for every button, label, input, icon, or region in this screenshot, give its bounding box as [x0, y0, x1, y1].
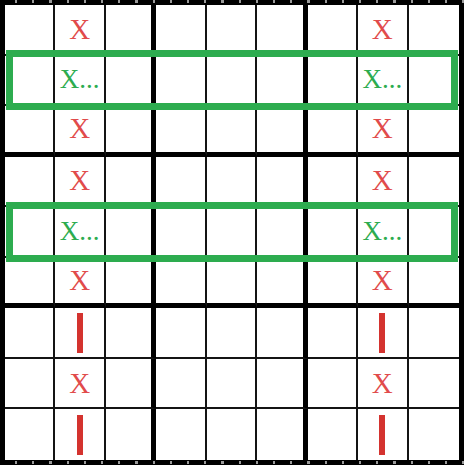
- cell-r6c7[interactable]: [308, 258, 358, 309]
- red-x-mark: X: [69, 166, 90, 195]
- cell-r6c4[interactable]: [156, 258, 206, 309]
- red-x-mark: X: [69, 266, 90, 295]
- cell-r6c3[interactable]: [106, 258, 156, 309]
- green-x-ellipsis-mark: X...: [362, 66, 402, 93]
- cell-r4c6[interactable]: [257, 157, 307, 208]
- red-x-mark: X: [372, 114, 393, 143]
- cell-r8c1[interactable]: [5, 359, 55, 410]
- cell-r2c6[interactable]: [257, 56, 307, 107]
- cell-r9c8[interactable]: [358, 409, 408, 460]
- cell-r3c1[interactable]: [5, 106, 55, 157]
- cell-r4c3[interactable]: [106, 157, 156, 208]
- cell-r3c2[interactable]: X: [55, 106, 105, 157]
- cell-r6c2[interactable]: X: [55, 258, 105, 309]
- cell-r8c4[interactable]: [156, 359, 206, 410]
- red-bar-mark: [379, 313, 385, 353]
- sudoku-grid: XXX...X...XXXXX...X...XXXX: [5, 5, 459, 460]
- cell-r6c9[interactable]: [409, 258, 459, 309]
- cell-r6c8[interactable]: X: [358, 258, 408, 309]
- cell-r1c2[interactable]: X: [55, 5, 105, 56]
- cell-r7c8[interactable]: [358, 308, 408, 359]
- cell-r8c5[interactable]: [207, 359, 257, 410]
- cell-r3c4[interactable]: [156, 106, 206, 157]
- sudoku-board: XXX...X...XXXXX...X...XXXX: [0, 0, 464, 465]
- cell-r5c2[interactable]: X...: [55, 207, 105, 258]
- bottom-tick-marks: [0, 461, 464, 464]
- cell-r5c5[interactable]: [207, 207, 257, 258]
- cell-r1c4[interactable]: [156, 5, 206, 56]
- cell-r1c9[interactable]: [409, 5, 459, 56]
- red-bar-mark: [77, 415, 83, 455]
- cell-r3c7[interactable]: [308, 106, 358, 157]
- cell-r3c9[interactable]: [409, 106, 459, 157]
- cell-r2c1[interactable]: [5, 56, 55, 107]
- cell-r8c8[interactable]: X: [358, 359, 408, 410]
- cell-r7c3[interactable]: [106, 308, 156, 359]
- red-bar-mark: [77, 313, 83, 353]
- cell-r4c5[interactable]: [207, 157, 257, 208]
- cell-r3c6[interactable]: [257, 106, 307, 157]
- cell-r9c7[interactable]: [308, 409, 358, 460]
- cell-r8c2[interactable]: X: [55, 359, 105, 410]
- cell-r2c7[interactable]: [308, 56, 358, 107]
- cell-r9c4[interactable]: [156, 409, 206, 460]
- red-x-mark: X: [372, 166, 393, 195]
- cell-r9c2[interactable]: [55, 409, 105, 460]
- cell-r7c5[interactable]: [207, 308, 257, 359]
- cell-r2c5[interactable]: [207, 56, 257, 107]
- cell-r9c3[interactable]: [106, 409, 156, 460]
- cell-r1c5[interactable]: [207, 5, 257, 56]
- cell-r2c2[interactable]: X...: [55, 56, 105, 107]
- red-x-mark: X: [372, 369, 393, 398]
- cell-r6c1[interactable]: [5, 258, 55, 309]
- cell-r5c6[interactable]: [257, 207, 307, 258]
- green-x-ellipsis-mark: X...: [60, 218, 100, 245]
- cell-r5c8[interactable]: X...: [358, 207, 408, 258]
- cell-r7c6[interactable]: [257, 308, 307, 359]
- cell-r8c6[interactable]: [257, 359, 307, 410]
- top-tick-marks: [0, 0, 464, 3]
- cell-r6c6[interactable]: [257, 258, 307, 309]
- cell-r8c7[interactable]: [308, 359, 358, 410]
- red-x-mark: X: [372, 266, 393, 295]
- cell-r9c9[interactable]: [409, 409, 459, 460]
- cell-r8c9[interactable]: [409, 359, 459, 410]
- cell-r7c2[interactable]: [55, 308, 105, 359]
- cell-r6c5[interactable]: [207, 258, 257, 309]
- cell-r2c3[interactable]: [106, 56, 156, 107]
- green-x-ellipsis-mark: X...: [362, 218, 402, 245]
- cell-r2c9[interactable]: [409, 56, 459, 107]
- cell-r7c1[interactable]: [5, 308, 55, 359]
- red-x-mark: X: [372, 15, 393, 44]
- cell-r1c3[interactable]: [106, 5, 156, 56]
- cell-r3c3[interactable]: [106, 106, 156, 157]
- cell-r5c7[interactable]: [308, 207, 358, 258]
- cell-r5c9[interactable]: [409, 207, 459, 258]
- cell-r7c7[interactable]: [308, 308, 358, 359]
- cell-r4c4[interactable]: [156, 157, 206, 208]
- cell-r9c6[interactable]: [257, 409, 307, 460]
- cell-r1c6[interactable]: [257, 5, 307, 56]
- cell-r9c1[interactable]: [5, 409, 55, 460]
- cell-r4c8[interactable]: X: [358, 157, 408, 208]
- red-x-mark: X: [69, 369, 90, 398]
- cell-r4c7[interactable]: [308, 157, 358, 208]
- green-x-ellipsis-mark: X...: [60, 66, 100, 93]
- cell-r5c1[interactable]: [5, 207, 55, 258]
- red-x-mark: X: [69, 114, 90, 143]
- cell-r4c1[interactable]: [5, 157, 55, 208]
- cell-r4c2[interactable]: X: [55, 157, 105, 208]
- red-x-mark: X: [69, 15, 90, 44]
- cell-r5c4[interactable]: [156, 207, 206, 258]
- cell-r2c4[interactable]: [156, 56, 206, 107]
- cell-r3c5[interactable]: [207, 106, 257, 157]
- cell-r4c9[interactable]: [409, 157, 459, 208]
- cell-r1c7[interactable]: [308, 5, 358, 56]
- cell-r8c3[interactable]: [106, 359, 156, 410]
- cell-r1c8[interactable]: X: [358, 5, 408, 56]
- cell-r2c8[interactable]: X...: [358, 56, 408, 107]
- cell-r7c9[interactable]: [409, 308, 459, 359]
- cell-r1c1[interactable]: [5, 5, 55, 56]
- cell-r3c8[interactable]: X: [358, 106, 408, 157]
- cell-r7c4[interactable]: [156, 308, 206, 359]
- cell-r5c3[interactable]: [106, 207, 156, 258]
- red-bar-mark: [379, 415, 385, 455]
- cell-r9c5[interactable]: [207, 409, 257, 460]
